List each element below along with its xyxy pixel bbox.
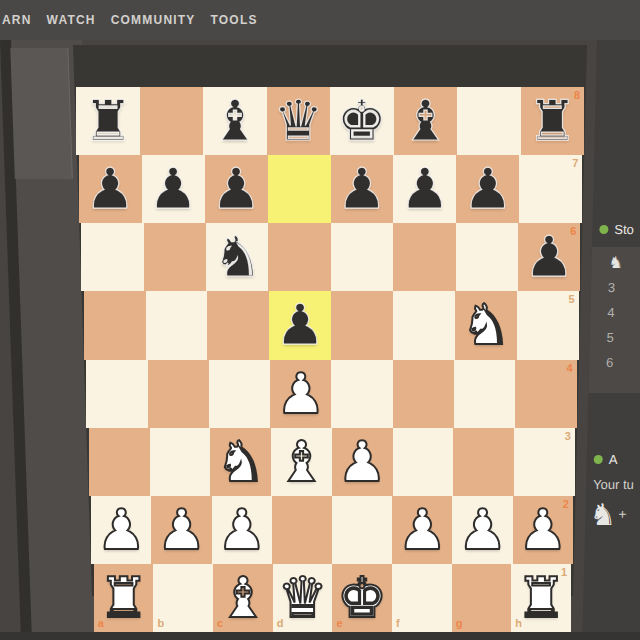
white-pawn-c2[interactable]: ♟: [217, 502, 267, 558]
square-d8[interactable]: ♛: [267, 87, 330, 155]
white-pawn-d4[interactable]: ♟: [276, 366, 326, 422]
black-pawn-c7[interactable]: ♟: [211, 161, 261, 217]
move-row[interactable]: ♞: [608, 250, 640, 275]
square-g8[interactable]: [457, 87, 520, 155]
white-queen-d1[interactable]: ♛: [277, 570, 327, 626]
move-row[interactable]: 6: [606, 350, 640, 375]
square-f8[interactable]: ♝: [394, 87, 457, 155]
rank-label-6: 6: [570, 226, 576, 237]
square-e3[interactable]: ♟: [332, 428, 393, 496]
rank-label-4: 4: [567, 363, 573, 374]
plus-icon: +: [618, 506, 627, 522]
black-knight-c6[interactable]: ♞: [212, 229, 262, 285]
file-label-h: h: [515, 618, 522, 629]
board-rank-1: ♜ab♝c♛d♚efg♜1h: [94, 564, 571, 632]
move-number: 4: [607, 305, 615, 320]
square-e5[interactable]: [331, 291, 393, 359]
square-c1[interactable]: ♝c: [213, 564, 273, 632]
square-h4[interactable]: 4: [515, 360, 576, 428]
square-h1[interactable]: ♜1h: [511, 564, 571, 632]
top-nav: ARN WATCH COMMUNITY TOOLS: [0, 0, 640, 40]
square-f3[interactable]: [393, 428, 454, 496]
move-row[interactable]: 5: [606, 325, 640, 350]
square-a8[interactable]: ♜: [76, 87, 139, 155]
square-g5[interactable]: ♞: [455, 291, 517, 359]
square-h3[interactable]: 3: [514, 428, 575, 496]
rank-label-3: 3: [565, 431, 571, 442]
black-pawn-e7[interactable]: ♟: [337, 161, 387, 217]
black-bishop-c8[interactable]: ♝: [210, 93, 260, 149]
turn-status: Your tu: [593, 477, 634, 492]
white-pawn-h2[interactable]: ♟: [518, 502, 568, 558]
square-b8[interactable]: [140, 87, 203, 155]
square-a3[interactable]: [89, 428, 150, 496]
square-g7[interactable]: ♟: [456, 155, 519, 223]
square-a5[interactable]: [84, 291, 146, 359]
square-g6[interactable]: [456, 223, 518, 291]
black-pawn-f7[interactable]: ♟: [400, 161, 450, 217]
file-label-f: f: [396, 618, 400, 629]
white-pawn-g2[interactable]: ♟: [457, 502, 507, 558]
board-rank-3: ♞♝♟3: [89, 428, 575, 496]
square-f7[interactable]: ♟: [393, 155, 456, 223]
square-c2[interactable]: ♟: [212, 496, 272, 564]
square-d2[interactable]: [272, 496, 332, 564]
square-a2[interactable]: ♟: [91, 496, 151, 564]
square-g3[interactable]: [453, 428, 514, 496]
rank-label-7: 7: [572, 158, 578, 169]
square-e8[interactable]: ♚: [330, 87, 393, 155]
square-e7[interactable]: ♟: [331, 155, 394, 223]
rank-label-8: 8: [574, 90, 580, 101]
square-g2[interactable]: ♟: [452, 496, 512, 564]
square-g1[interactable]: g: [452, 564, 512, 632]
black-king-e8[interactable]: ♚: [337, 93, 387, 149]
square-e4[interactable]: [331, 360, 392, 428]
player-row: A: [594, 452, 618, 467]
move-number: 6: [606, 355, 614, 370]
file-label-b: b: [157, 618, 164, 629]
square-e2[interactable]: [332, 496, 392, 564]
square-h2[interactable]: ♟2: [513, 496, 573, 564]
board-rank-8: ♜♝♛♚♝♜8: [76, 87, 584, 155]
knight-icon: ♞: [589, 500, 617, 530]
square-c3[interactable]: ♞: [210, 428, 271, 496]
black-pawn-a7[interactable]: ♟: [85, 161, 135, 217]
square-c6[interactable]: ♞: [206, 223, 268, 291]
board-rank-2: ♟♟♟♟♟♟2: [91, 496, 573, 564]
black-bishop-f8[interactable]: ♝: [400, 93, 450, 149]
square-f4[interactable]: [393, 360, 454, 428]
white-king-e1[interactable]: ♚: [337, 570, 387, 626]
square-a7[interactable]: ♟: [79, 155, 142, 223]
knight-figurine-icon: ♞: [608, 255, 623, 271]
black-pawn-d5[interactable]: ♟: [275, 297, 325, 353]
black-pawn-g7[interactable]: ♟: [463, 161, 513, 217]
chess-board[interactable]: ♜♝♛♚♝♜8♟♟♟♟♟♟7♞♟6♟♞5♟4♞♝♟3♟♟♟♟♟♟2♜ab♝c♛d…: [0, 40, 640, 640]
nav-item-community[interactable]: COMMUNITY: [111, 13, 196, 27]
square-d7[interactable]: [268, 155, 331, 223]
black-rook-h8[interactable]: ♜: [527, 93, 577, 149]
square-f2[interactable]: ♟: [392, 496, 452, 564]
square-b5[interactable]: [146, 291, 208, 359]
file-label-d: d: [277, 618, 284, 629]
square-a4[interactable]: [86, 360, 147, 428]
white-knight-c3[interactable]: ♞: [216, 434, 266, 490]
move-number: 3: [608, 280, 616, 295]
main-content: ♜♝♛♚♝♜8♟♟♟♟♟♟7♞♟6♟♞5♟4♞♝♟3♟♟♟♟♟♟2♜ab♝c♛d…: [0, 40, 640, 640]
square-d6[interactable]: [268, 223, 330, 291]
new-game-action[interactable]: ♞ +: [589, 500, 627, 530]
square-d3[interactable]: ♝: [271, 428, 332, 496]
square-e1[interactable]: ♚e: [332, 564, 392, 632]
board-rank-6: ♞♟6: [81, 223, 580, 291]
black-pawn-h6[interactable]: ♟: [524, 229, 574, 285]
board-rank-5: ♟♞5: [84, 291, 579, 359]
white-bishop-d3[interactable]: ♝: [276, 434, 326, 490]
rank-label-1: 1: [561, 567, 567, 578]
file-label-g: g: [456, 618, 463, 629]
board-rank-4: ♟4: [86, 360, 576, 428]
square-b1[interactable]: b: [153, 564, 213, 632]
square-b4[interactable]: [148, 360, 209, 428]
board-rank-7: ♟♟♟♟♟♟7: [79, 155, 582, 223]
square-b6[interactable]: [144, 223, 206, 291]
nav-item-watch[interactable]: WATCH: [47, 13, 96, 27]
square-c7[interactable]: ♟: [205, 155, 268, 223]
move-row[interactable]: 4: [607, 300, 640, 325]
square-f5[interactable]: [393, 291, 455, 359]
square-d1[interactable]: ♛d: [273, 564, 333, 632]
square-d4[interactable]: ♟: [270, 360, 331, 428]
black-pawn-b7[interactable]: ♟: [148, 161, 198, 217]
white-rook-h1[interactable]: ♜: [516, 570, 566, 626]
square-c4[interactable]: [209, 360, 270, 428]
rank-label-5: 5: [568, 294, 574, 305]
player-name: A: [609, 452, 618, 467]
square-h8[interactable]: ♜8: [521, 87, 584, 155]
square-g4[interactable]: [454, 360, 515, 428]
square-h6[interactable]: ♟6: [518, 223, 580, 291]
nav-item-tools[interactable]: TOOLS: [211, 13, 258, 27]
black-queen-d8[interactable]: ♛: [273, 93, 323, 149]
white-bishop-c1[interactable]: ♝: [218, 570, 268, 626]
opponent-row: Sto: [599, 222, 634, 237]
move-row[interactable]: 3: [608, 275, 640, 300]
white-rook-a1[interactable]: ♜: [98, 570, 148, 626]
square-e6[interactable]: [331, 223, 393, 291]
square-h7[interactable]: 7: [519, 155, 582, 223]
file-label-c: c: [217, 618, 223, 629]
square-a1[interactable]: ♜a: [94, 564, 154, 632]
square-a6[interactable]: [81, 223, 143, 291]
square-b2[interactable]: ♟: [151, 496, 211, 564]
bottom-strip: [0, 632, 640, 640]
square-d5[interactable]: ♟: [269, 291, 331, 359]
white-pawn-b2[interactable]: ♟: [156, 502, 206, 558]
nav-item-learn[interactable]: ARN: [2, 13, 32, 27]
opponent-name: Sto: [614, 222, 634, 237]
square-f1[interactable]: f: [392, 564, 452, 632]
move-list: ♞ 3 4 5 6: [588, 247, 640, 393]
square-h5[interactable]: 5: [517, 291, 579, 359]
square-c8[interactable]: ♝: [203, 87, 266, 155]
square-b3[interactable]: [150, 428, 211, 496]
white-knight-g5[interactable]: ♞: [461, 297, 511, 353]
square-c5[interactable]: [207, 291, 269, 359]
file-label-e: e: [336, 618, 342, 629]
white-pawn-f2[interactable]: ♟: [397, 502, 447, 558]
online-dot: [594, 455, 603, 464]
square-f6[interactable]: [393, 223, 455, 291]
white-pawn-a2[interactable]: ♟: [96, 502, 146, 558]
square-b7[interactable]: ♟: [142, 155, 205, 223]
white-pawn-e3[interactable]: ♟: [337, 434, 387, 490]
online-dot: [599, 225, 608, 234]
file-label-a: a: [98, 618, 104, 629]
rank-label-2: 2: [563, 499, 569, 510]
move-number: 5: [607, 330, 615, 345]
black-rook-a8[interactable]: ♜: [83, 93, 133, 149]
